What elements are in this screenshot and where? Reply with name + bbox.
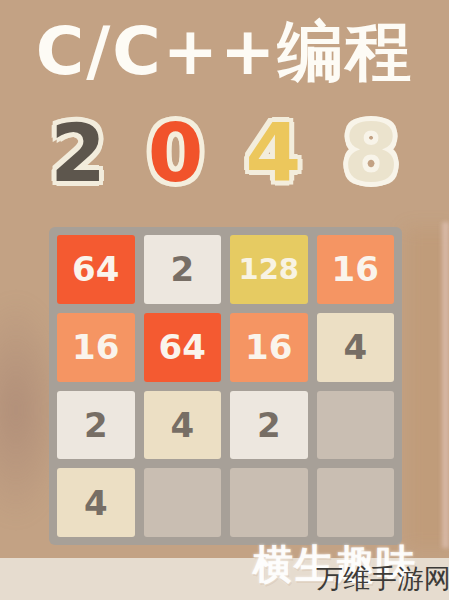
board-2048[interactable]: 64 2 128 16 16 64 16 4 2 4 2 4 — [49, 227, 402, 545]
logo-digit-0: 0 — [148, 113, 204, 195]
board-cell: 2 — [57, 391, 135, 460]
board-cell: 4 — [144, 391, 222, 460]
board-cell: 4 — [317, 313, 395, 382]
board-cell — [317, 391, 395, 460]
board-cell: 4 — [57, 468, 135, 537]
board-cell: 16 — [230, 313, 308, 382]
board-cell: 2 — [230, 391, 308, 460]
background-edge-highlight — [442, 222, 449, 548]
logo-2048: 2 0 4 8 — [0, 113, 449, 195]
logo-digit-2: 2 — [50, 113, 106, 195]
board-cell — [230, 468, 308, 537]
board-cell: 128 — [230, 235, 308, 304]
board-cell — [317, 468, 395, 537]
site-watermark: 万维手游网 — [316, 563, 449, 595]
board-cell: 64 — [144, 313, 222, 382]
board-cell: 16 — [317, 235, 395, 304]
board-cell: 16 — [57, 313, 135, 382]
screenshot-stage: C/C++编程 2 0 4 8 64 2 128 16 16 64 16 4 2… — [0, 0, 449, 600]
board-cell: 2 — [144, 235, 222, 304]
page-title: C/C++编程 — [0, 8, 449, 96]
logo-digit-8: 8 — [343, 113, 399, 195]
board-cell: 64 — [57, 235, 135, 304]
board-cell — [144, 468, 222, 537]
logo-digit-4: 4 — [246, 113, 302, 195]
